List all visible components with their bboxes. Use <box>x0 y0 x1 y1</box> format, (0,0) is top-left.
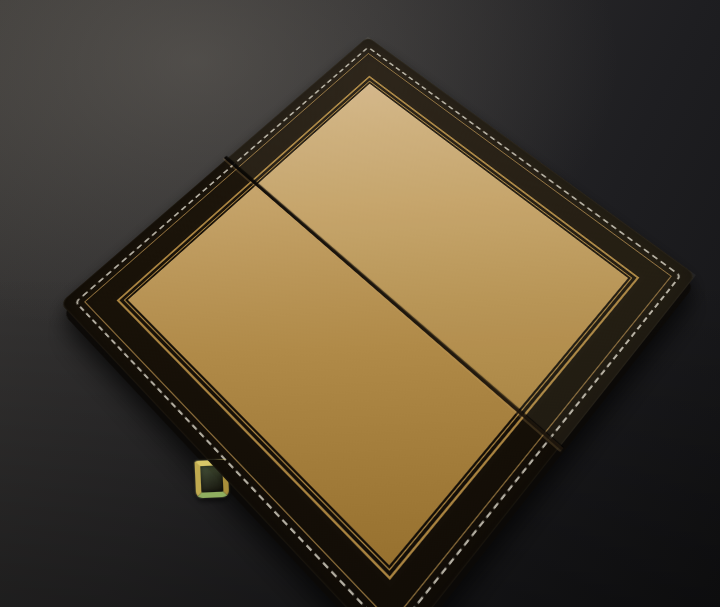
chess-box <box>60 37 696 607</box>
photo-stage <box>0 0 720 607</box>
board-top-face <box>60 37 696 607</box>
scene <box>0 0 720 607</box>
clasp[interactable] <box>194 459 229 498</box>
clasp-ring-icon <box>194 459 229 498</box>
